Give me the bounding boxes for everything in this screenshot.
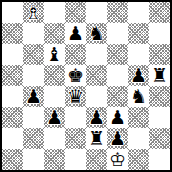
square-b3[interactable] [23, 107, 44, 128]
square-b5[interactable] [23, 65, 44, 86]
square-a6[interactable] [2, 44, 23, 65]
square-a5[interactable] [2, 65, 23, 86]
square-b2[interactable] [23, 128, 44, 149]
square-h1[interactable] [149, 149, 170, 170]
square-e6[interactable] [86, 44, 107, 65]
square-b8[interactable]: ♝♗ [23, 2, 44, 23]
black-pawn[interactable]: ♟ [65, 23, 86, 44]
square-f1[interactable]: ♚♔ [107, 149, 128, 170]
square-f4[interactable] [107, 86, 128, 107]
square-d5[interactable]: ♚ [65, 65, 86, 86]
square-c2[interactable] [44, 128, 65, 149]
square-d4[interactable]: ♛ [65, 86, 86, 107]
black-knight[interactable]: ♞ [86, 23, 107, 44]
black-pawn[interactable]: ♟ [44, 107, 65, 128]
black-knight[interactable]: ♞ [128, 86, 149, 107]
square-g1[interactable] [128, 149, 149, 170]
square-e3[interactable]: ♟ [86, 107, 107, 128]
square-h4[interactable] [149, 86, 170, 107]
square-c4[interactable] [44, 86, 65, 107]
square-e5[interactable] [86, 65, 107, 86]
square-c8[interactable] [44, 2, 65, 23]
square-f5[interactable] [107, 65, 128, 86]
square-h7[interactable] [149, 23, 170, 44]
square-e7[interactable]: ♞ [86, 23, 107, 44]
square-d1[interactable] [65, 149, 86, 170]
square-e2[interactable]: ♜ [86, 128, 107, 149]
square-h5[interactable]: ♜ [149, 65, 170, 86]
black-pawn[interactable]: ♟ [86, 107, 107, 128]
black-bishop[interactable]: ♝ [44, 44, 65, 65]
square-d7[interactable]: ♟ [65, 23, 86, 44]
chess-board: ♝♗♟♞♝♚♟♜♟♛♞♟♟♟♜♟♚♔ [0, 0, 172, 172]
white-king[interactable]: ♔ [107, 149, 128, 170]
square-h2[interactable] [149, 128, 170, 149]
square-b4[interactable]: ♟ [23, 86, 44, 107]
square-h8[interactable] [149, 2, 170, 23]
square-g5[interactable]: ♟ [128, 65, 149, 86]
square-d2[interactable] [65, 128, 86, 149]
white-bishop[interactable]: ♗ [23, 2, 44, 23]
square-g4[interactable]: ♞ [128, 86, 149, 107]
square-e1[interactable] [86, 149, 107, 170]
square-f7[interactable] [107, 23, 128, 44]
square-c6[interactable]: ♝ [44, 44, 65, 65]
square-a7[interactable] [2, 23, 23, 44]
square-a1[interactable] [2, 149, 23, 170]
square-g8[interactable] [128, 2, 149, 23]
black-king[interactable]: ♚ [65, 65, 86, 86]
square-d6[interactable] [65, 44, 86, 65]
square-a3[interactable] [2, 107, 23, 128]
black-pawn[interactable]: ♟ [107, 128, 128, 149]
square-d8[interactable] [65, 2, 86, 23]
square-g7[interactable] [128, 23, 149, 44]
square-e4[interactable] [86, 86, 107, 107]
square-f3[interactable]: ♟ [107, 107, 128, 128]
square-f8[interactable] [107, 2, 128, 23]
square-g2[interactable] [128, 128, 149, 149]
square-b7[interactable] [23, 23, 44, 44]
square-g6[interactable] [128, 44, 149, 65]
black-pawn[interactable]: ♟ [128, 65, 149, 86]
black-pawn[interactable]: ♟ [107, 107, 128, 128]
black-queen[interactable]: ♛ [65, 86, 86, 107]
square-a8[interactable] [2, 2, 23, 23]
square-f6[interactable] [107, 44, 128, 65]
square-c1[interactable] [44, 149, 65, 170]
square-a4[interactable] [2, 86, 23, 107]
square-c3[interactable]: ♟ [44, 107, 65, 128]
square-f2[interactable]: ♟ [107, 128, 128, 149]
square-h6[interactable] [149, 44, 170, 65]
black-pawn[interactable]: ♟ [23, 86, 44, 107]
square-c7[interactable] [44, 23, 65, 44]
square-d3[interactable] [65, 107, 86, 128]
black-rook[interactable]: ♜ [149, 65, 170, 86]
square-h3[interactable] [149, 107, 170, 128]
square-b6[interactable] [23, 44, 44, 65]
square-c5[interactable] [44, 65, 65, 86]
square-a2[interactable] [2, 128, 23, 149]
square-g3[interactable] [128, 107, 149, 128]
square-b1[interactable] [23, 149, 44, 170]
black-rook[interactable]: ♜ [86, 128, 107, 149]
square-e8[interactable] [86, 2, 107, 23]
